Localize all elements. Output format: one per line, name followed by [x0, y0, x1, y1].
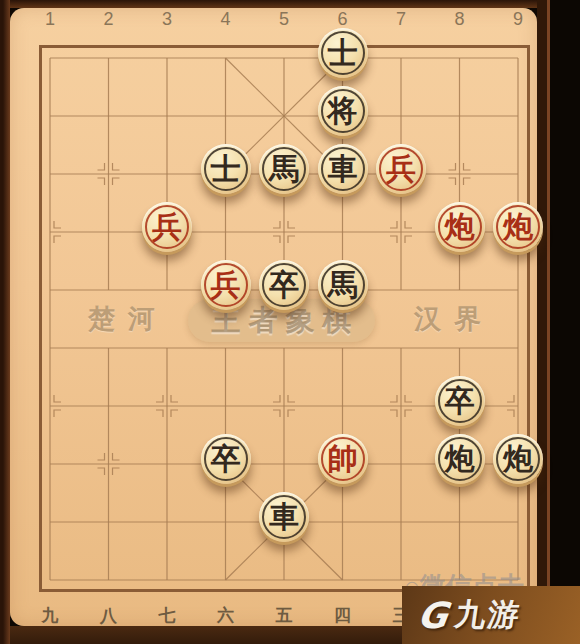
piece-glyph: 卒 — [445, 386, 475, 416]
partial-watermark-text: ○微信点击 — [404, 571, 524, 586]
piece-glyph: 馬 — [328, 270, 358, 300]
piece-black-cannon[interactable]: 炮 — [493, 434, 543, 484]
file-label-top-6: 6 — [328, 9, 358, 30]
file-label-top-3: 3 — [152, 9, 182, 30]
file-label-bottom-4: 六 — [211, 604, 241, 627]
file-label-top-1: 1 — [35, 9, 65, 30]
file-label-bottom-6: 四 — [328, 604, 358, 627]
piece-black-chariot[interactable]: 車 — [318, 144, 368, 194]
piece-glyph: 兵 — [211, 270, 241, 300]
piece-glyph: 卒 — [211, 444, 241, 474]
piece-glyph: 士 — [328, 38, 358, 68]
piece-black-cannon[interactable]: 炮 — [435, 434, 485, 484]
piece-glyph: 将 — [328, 96, 358, 126]
bezel-left — [0, 0, 10, 644]
file-label-bottom-2: 八 — [94, 604, 124, 627]
jiuyou-logo-text: 九游 — [452, 594, 524, 636]
piece-black-advisor[interactable]: 士 — [201, 144, 251, 194]
piece-red-general[interactable]: 帥 — [318, 434, 368, 484]
piece-glyph: 炮 — [445, 212, 475, 242]
piece-glyph: 帥 — [328, 444, 358, 474]
file-label-top-5: 5 — [269, 9, 299, 30]
file-label-top-8: 8 — [445, 9, 475, 30]
jiuyou-logo-icon: G — [415, 595, 450, 636]
piece-glyph: 兵 — [386, 154, 416, 184]
jiuyou-logo-overlay: G 九游 — [402, 586, 580, 644]
piece-red-soldier[interactable]: 兵 — [201, 260, 251, 310]
file-label-top-4: 4 — [211, 9, 241, 30]
partial-watermark: ○微信点击 — [404, 567, 576, 586]
file-label-top-9: 9 — [503, 9, 533, 30]
piece-black-soldier[interactable]: 卒 — [259, 260, 309, 310]
piece-black-advisor[interactable]: 士 — [318, 28, 368, 78]
piece-glyph: 兵 — [152, 212, 182, 242]
file-label-bottom-5: 五 — [269, 604, 299, 627]
bezel-top — [0, 0, 546, 8]
piece-black-soldier[interactable]: 卒 — [435, 376, 485, 426]
piece-red-soldier[interactable]: 兵 — [142, 202, 192, 252]
piece-glyph: 馬 — [269, 154, 299, 184]
piece-glyph: 炮 — [503, 212, 533, 242]
piece-glyph: 士 — [211, 154, 241, 184]
xiangqi-app-screen: 123456789九八七六五四三二一 楚河 汉界 王者象棋 士将士馬車兵兵炮炮兵… — [0, 0, 580, 644]
piece-glyph: 車 — [269, 502, 299, 532]
bezel-right — [537, 0, 580, 644]
file-label-bottom-1: 九 — [35, 604, 65, 627]
file-label-top-7: 7 — [386, 9, 416, 30]
piece-glyph: 卒 — [269, 270, 299, 300]
piece-black-horse[interactable]: 馬 — [318, 260, 368, 310]
piece-red-cannon[interactable]: 炮 — [493, 202, 543, 252]
piece-glyph: 炮 — [503, 444, 533, 474]
piece-red-soldier[interactable]: 兵 — [376, 144, 426, 194]
piece-black-horse[interactable]: 馬 — [259, 144, 309, 194]
file-label-bottom-3: 七 — [152, 604, 182, 627]
piece-black-chariot[interactable]: 車 — [259, 492, 309, 542]
piece-red-cannon[interactable]: 炮 — [435, 202, 485, 252]
piece-glyph: 炮 — [445, 444, 475, 474]
file-label-top-2: 2 — [94, 9, 124, 30]
piece-black-general[interactable]: 将 — [318, 86, 368, 136]
piece-glyph: 車 — [328, 154, 358, 184]
piece-black-soldier[interactable]: 卒 — [201, 434, 251, 484]
